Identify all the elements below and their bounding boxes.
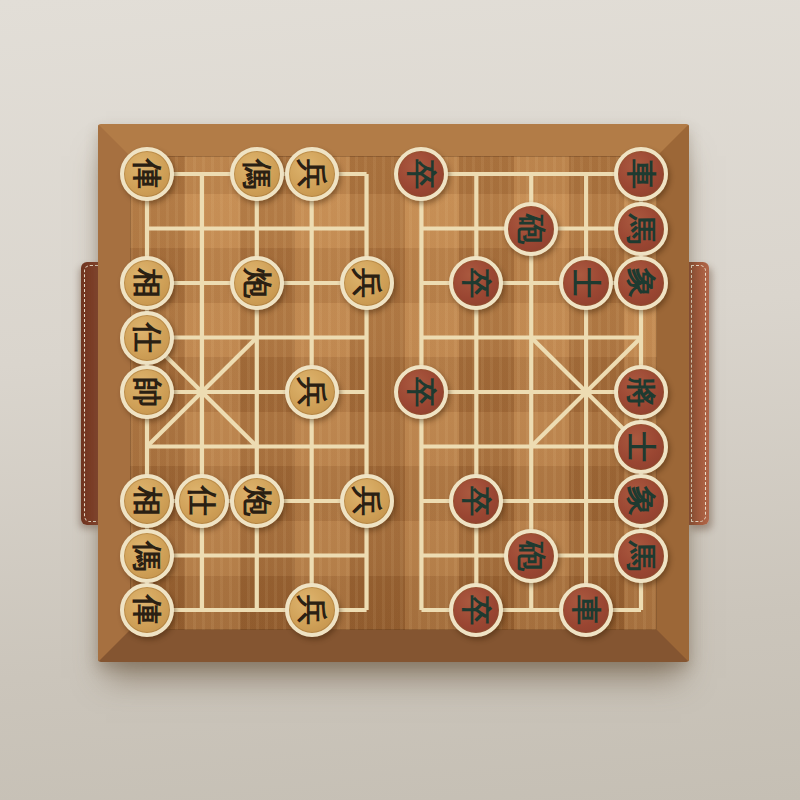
piece-character: 砲 [516, 541, 546, 571]
piece-character: 兵 [352, 268, 382, 298]
piece-elephant-dark[interactable]: 象 [614, 256, 668, 310]
piece-character: 相 [132, 268, 162, 298]
piece-general-dark[interactable]: 將 [614, 365, 668, 419]
piece-horse-light[interactable]: 傌 [120, 529, 174, 583]
piece-character: 士 [626, 432, 656, 462]
piece-elephant-light[interactable]: 相 [120, 256, 174, 310]
piece-character: 馬 [626, 541, 656, 571]
piece-character: 砲 [516, 214, 546, 244]
piece-rook-light[interactable]: 俥 [120, 583, 174, 637]
piece-soldier-dark[interactable]: 卒 [449, 256, 503, 310]
piece-character: 象 [626, 268, 656, 298]
piece-advisor-dark[interactable]: 士 [559, 256, 613, 310]
piece-soldier-light[interactable]: 兵 [285, 147, 339, 201]
piece-cannon-dark[interactable]: 砲 [504, 529, 558, 583]
piece-cannon-light[interactable]: 炮 [230, 256, 284, 310]
piece-character: 兵 [297, 595, 327, 625]
piece-character: 兵 [297, 159, 327, 189]
piece-character: 車 [571, 595, 601, 625]
piece-character: 仕 [132, 323, 162, 353]
piece-elephant-light[interactable]: 相 [120, 474, 174, 528]
piece-rook-dark[interactable]: 車 [614, 147, 668, 201]
piece-character: 兵 [297, 377, 327, 407]
piece-character: 馬 [626, 214, 656, 244]
piece-elephant-dark[interactable]: 象 [614, 474, 668, 528]
piece-cannon-light[interactable]: 炮 [230, 474, 284, 528]
piece-advisor-dark[interactable]: 士 [614, 420, 668, 474]
piece-character: 炮 [242, 268, 272, 298]
piece-character: 卒 [461, 486, 491, 516]
piece-character: 象 [626, 486, 656, 516]
piece-character: 車 [626, 159, 656, 189]
piece-character: 俥 [132, 595, 162, 625]
piece-soldier-dark[interactable]: 卒 [449, 583, 503, 637]
piece-advisor-light[interactable]: 仕 [120, 311, 174, 365]
piece-soldier-dark[interactable]: 卒 [394, 365, 448, 419]
piece-character: 卒 [461, 268, 491, 298]
piece-soldier-light[interactable]: 兵 [340, 474, 394, 528]
piece-soldier-dark[interactable]: 卒 [449, 474, 503, 528]
xiangqi-board[interactable]: 俥傌兵相炮兵仕帥兵相仕炮兵傌俥兵卒車砲馬卒士象卒將士卒象砲馬卒車 [98, 124, 689, 662]
piece-horse-dark[interactable]: 馬 [614, 202, 668, 256]
piece-cannon-dark[interactable]: 砲 [504, 202, 558, 256]
piece-character: 卒 [406, 377, 436, 407]
piece-character: 仕 [187, 486, 217, 516]
piece-character: 將 [626, 377, 656, 407]
piece-soldier-light[interactable]: 兵 [285, 365, 339, 419]
piece-character: 傌 [242, 159, 272, 189]
piece-character: 俥 [132, 159, 162, 189]
piece-soldier-dark[interactable]: 卒 [394, 147, 448, 201]
piece-advisor-light[interactable]: 仕 [175, 474, 229, 528]
right-leather-handle [688, 262, 709, 525]
piece-character: 炮 [242, 486, 272, 516]
piece-layer: 俥傌兵相炮兵仕帥兵相仕炮兵傌俥兵卒車砲馬卒士象卒將士卒象砲馬卒車 [98, 124, 689, 662]
piece-rook-light[interactable]: 俥 [120, 147, 174, 201]
piece-character: 士 [571, 268, 601, 298]
piece-character: 傌 [132, 541, 162, 571]
piece-soldier-light[interactable]: 兵 [340, 256, 394, 310]
piece-soldier-light[interactable]: 兵 [285, 583, 339, 637]
piece-character: 卒 [461, 595, 491, 625]
piece-character: 帥 [132, 377, 162, 407]
piece-character: 兵 [352, 486, 382, 516]
piece-character: 相 [132, 486, 162, 516]
scene: { "game": "xiangqi", "orientation": "boa… [0, 0, 800, 800]
piece-character: 卒 [406, 159, 436, 189]
piece-general-light[interactable]: 帥 [120, 365, 174, 419]
piece-horse-dark[interactable]: 馬 [614, 529, 668, 583]
piece-rook-dark[interactable]: 車 [559, 583, 613, 637]
piece-horse-light[interactable]: 傌 [230, 147, 284, 201]
